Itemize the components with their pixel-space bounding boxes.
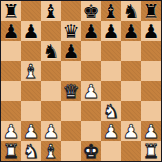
- piece-black-pawn-f7[interactable]: ♟: [102, 21, 119, 41]
- piece-black-rook-a8[interactable]: ♜: [2, 1, 19, 21]
- piece-white-queen-d4[interactable]: ♛: [62, 81, 79, 101]
- square-h4[interactable]: [141, 81, 161, 101]
- square-b4[interactable]: [21, 81, 41, 101]
- square-a1[interactable]: ♜: [1, 141, 21, 161]
- piece-black-pawn-h7[interactable]: ♟: [142, 21, 159, 41]
- square-g3[interactable]: [121, 101, 141, 121]
- piece-white-king-e1[interactable]: ♚: [82, 141, 99, 161]
- square-h7[interactable]: ♟: [141, 21, 161, 41]
- piece-white-pawn-e4[interactable]: ♟: [82, 81, 99, 101]
- chess-board-container: ♜♝♚♝♞♜♟♟♛♟♟♟♟♞♟♝♛♟♞♟♟♟♟♟♟♜♞♝♚♜: [0, 0, 162, 162]
- piece-white-rook-a1[interactable]: ♜: [2, 141, 19, 161]
- square-a4[interactable]: [1, 81, 21, 101]
- square-c5[interactable]: [41, 61, 61, 81]
- square-c8[interactable]: ♝: [41, 1, 61, 21]
- square-c7[interactable]: [41, 21, 61, 41]
- square-e8[interactable]: ♚: [81, 1, 101, 21]
- piece-black-king-e8[interactable]: ♚: [82, 1, 99, 21]
- square-a6[interactable]: [1, 41, 21, 61]
- square-a7[interactable]: ♟: [1, 21, 21, 41]
- piece-white-pawn-b2[interactable]: ♟: [22, 121, 39, 141]
- square-f1[interactable]: [101, 141, 121, 161]
- square-h2[interactable]: ♟: [141, 121, 161, 141]
- square-d6[interactable]: ♟: [61, 41, 81, 61]
- square-g4[interactable]: [121, 81, 141, 101]
- square-h8[interactable]: ♜: [141, 1, 161, 21]
- square-e2[interactable]: [81, 121, 101, 141]
- square-e7[interactable]: ♟: [81, 21, 101, 41]
- piece-white-pawn-a2[interactable]: ♟: [2, 121, 19, 141]
- square-a2[interactable]: ♟: [1, 121, 21, 141]
- square-e6[interactable]: [81, 41, 101, 61]
- piece-black-pawn-b7[interactable]: ♟: [22, 21, 39, 41]
- square-g6[interactable]: [121, 41, 141, 61]
- square-a8[interactable]: ♜: [1, 1, 21, 21]
- square-g5[interactable]: [121, 61, 141, 81]
- piece-white-pawn-g2[interactable]: ♟: [122, 121, 139, 141]
- piece-black-bishop-c8[interactable]: ♝: [42, 1, 59, 21]
- square-b6[interactable]: [21, 41, 41, 61]
- square-f7[interactable]: ♟: [101, 21, 121, 41]
- square-c3[interactable]: [41, 101, 61, 121]
- square-c1[interactable]: ♝: [41, 141, 61, 161]
- square-e4[interactable]: ♟: [81, 81, 101, 101]
- piece-white-pawn-h2[interactable]: ♟: [142, 121, 159, 141]
- square-a3[interactable]: [1, 101, 21, 121]
- piece-white-bishop-b5[interactable]: ♝: [22, 61, 39, 81]
- square-c2[interactable]: ♟: [41, 121, 61, 141]
- piece-black-rook-h8[interactable]: ♜: [142, 1, 159, 21]
- piece-white-pawn-f2[interactable]: ♟: [102, 121, 119, 141]
- piece-white-rook-h1[interactable]: ♜: [142, 141, 159, 161]
- square-d2[interactable]: [61, 121, 81, 141]
- chess-board: ♜♝♚♝♞♜♟♟♛♟♟♟♟♞♟♝♛♟♞♟♟♟♟♟♟♜♞♝♚♜: [0, 0, 162, 162]
- square-f4[interactable]: [101, 81, 121, 101]
- square-h5[interactable]: [141, 61, 161, 81]
- square-f6[interactable]: [101, 41, 121, 61]
- square-b7[interactable]: ♟: [21, 21, 41, 41]
- square-b3[interactable]: [21, 101, 41, 121]
- square-f3[interactable]: ♞: [101, 101, 121, 121]
- square-e1[interactable]: ♚: [81, 141, 101, 161]
- square-c6[interactable]: ♞: [41, 41, 61, 61]
- square-b1[interactable]: ♞: [21, 141, 41, 161]
- square-g2[interactable]: ♟: [121, 121, 141, 141]
- piece-black-bishop-f8[interactable]: ♝: [102, 1, 119, 21]
- square-f5[interactable]: [101, 61, 121, 81]
- piece-black-pawn-e7[interactable]: ♟: [82, 21, 99, 41]
- piece-black-pawn-d6[interactable]: ♟: [62, 41, 79, 61]
- square-g7[interactable]: ♟: [121, 21, 141, 41]
- square-g8[interactable]: ♞: [121, 1, 141, 21]
- piece-white-knight-f3[interactable]: ♞: [102, 101, 119, 121]
- piece-white-bishop-c1[interactable]: ♝: [42, 141, 59, 161]
- square-e5[interactable]: [81, 61, 101, 81]
- square-g1[interactable]: [121, 141, 141, 161]
- piece-black-pawn-a7[interactable]: ♟: [2, 21, 19, 41]
- piece-black-pawn-g7[interactable]: ♟: [122, 21, 139, 41]
- piece-black-knight-c6[interactable]: ♞: [42, 41, 59, 61]
- square-h6[interactable]: [141, 41, 161, 61]
- piece-white-knight-b1[interactable]: ♞: [22, 141, 39, 161]
- square-d1[interactable]: [61, 141, 81, 161]
- square-b8[interactable]: [21, 1, 41, 21]
- square-a5[interactable]: [1, 61, 21, 81]
- piece-black-queen-d7[interactable]: ♛: [62, 21, 79, 41]
- square-d4[interactable]: ♛: [61, 81, 81, 101]
- square-b5[interactable]: ♝: [21, 61, 41, 81]
- piece-white-pawn-c2[interactable]: ♟: [42, 121, 59, 141]
- square-d8[interactable]: [61, 1, 81, 21]
- square-f8[interactable]: ♝: [101, 1, 121, 21]
- square-f2[interactable]: ♟: [101, 121, 121, 141]
- square-e3[interactable]: [81, 101, 101, 121]
- square-h3[interactable]: [141, 101, 161, 121]
- square-h1[interactable]: ♜: [141, 141, 161, 161]
- square-d7[interactable]: ♛: [61, 21, 81, 41]
- piece-black-knight-g8[interactable]: ♞: [122, 1, 139, 21]
- square-b2[interactable]: ♟: [21, 121, 41, 141]
- square-d5[interactable]: [61, 61, 81, 81]
- square-c4[interactable]: [41, 81, 61, 101]
- square-d3[interactable]: [61, 101, 81, 121]
